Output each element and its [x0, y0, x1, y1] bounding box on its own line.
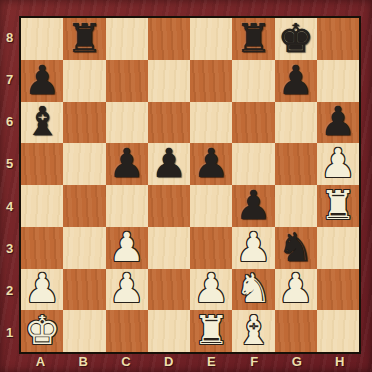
square-c6[interactable] [106, 102, 148, 144]
square-b2[interactable] [63, 269, 105, 311]
file-label-f: F [233, 354, 276, 372]
square-e1[interactable]: ♜ [190, 310, 232, 352]
square-b8[interactable]: ♜ [63, 18, 105, 60]
square-f5[interactable] [232, 143, 274, 185]
file-label-b: B [62, 354, 105, 372]
black-king[interactable]: ♚ [278, 18, 314, 58]
file-label-d: D [147, 354, 190, 372]
square-d2[interactable] [148, 269, 190, 311]
square-f1[interactable]: ♝ [232, 310, 274, 352]
square-h2[interactable] [317, 269, 359, 311]
file-label-c: C [105, 354, 148, 372]
square-h3[interactable] [317, 227, 359, 269]
square-d4[interactable] [148, 185, 190, 227]
square-e7[interactable] [190, 60, 232, 102]
square-d8[interactable] [148, 18, 190, 60]
square-c2[interactable]: ♟ [106, 269, 148, 311]
square-e2[interactable]: ♟ [190, 269, 232, 311]
black-rook[interactable]: ♜ [66, 18, 102, 58]
file-label-e: E [190, 354, 233, 372]
square-a8[interactable] [21, 18, 63, 60]
square-a1[interactable]: ♚ [21, 310, 63, 352]
black-pawn[interactable]: ♟ [235, 185, 271, 225]
rank-label-4: 4 [0, 185, 19, 227]
rank-label-6: 6 [0, 101, 19, 143]
square-d3[interactable] [148, 227, 190, 269]
rank-label-7: 7 [0, 58, 19, 100]
black-pawn[interactable]: ♟ [320, 102, 356, 142]
square-h7[interactable] [317, 60, 359, 102]
white-knight[interactable]: ♞ [235, 269, 271, 309]
rank-label-8: 8 [0, 16, 19, 58]
square-c3[interactable]: ♟ [106, 227, 148, 269]
white-pawn[interactable]: ♟ [235, 227, 271, 267]
square-f2[interactable]: ♞ [232, 269, 274, 311]
square-a3[interactable] [21, 227, 63, 269]
square-c4[interactable] [106, 185, 148, 227]
file-label-g: G [276, 354, 319, 372]
square-g6[interactable] [275, 102, 317, 144]
black-pawn[interactable]: ♟ [193, 143, 229, 183]
black-pawn[interactable]: ♟ [151, 143, 187, 183]
black-pawn[interactable]: ♟ [109, 143, 145, 183]
square-e4[interactable] [190, 185, 232, 227]
black-knight[interactable]: ♞ [278, 227, 314, 267]
square-f3[interactable]: ♟ [232, 227, 274, 269]
white-pawn[interactable]: ♟ [193, 269, 229, 309]
square-h1[interactable] [317, 310, 359, 352]
square-h6[interactable]: ♟ [317, 102, 359, 144]
rank-label-1: 1 [0, 312, 19, 354]
black-pawn[interactable]: ♟ [278, 60, 314, 100]
rank-labels: 87654321 [0, 16, 19, 354]
square-e6[interactable] [190, 102, 232, 144]
square-a5[interactable] [21, 143, 63, 185]
black-bishop[interactable]: ♝ [24, 102, 60, 142]
file-label-a: A [19, 354, 62, 372]
square-f6[interactable] [232, 102, 274, 144]
square-e5[interactable]: ♟ [190, 143, 232, 185]
square-h8[interactable] [317, 18, 359, 60]
square-b4[interactable] [63, 185, 105, 227]
square-h5[interactable]: ♟ [317, 143, 359, 185]
white-pawn[interactable]: ♟ [320, 143, 356, 183]
square-b7[interactable] [63, 60, 105, 102]
square-h4[interactable]: ♜ [317, 185, 359, 227]
square-a6[interactable]: ♝ [21, 102, 63, 144]
square-c5[interactable]: ♟ [106, 143, 148, 185]
file-labels: ABCDEFGH [19, 354, 361, 372]
square-g8[interactable]: ♚ [275, 18, 317, 60]
square-g7[interactable]: ♟ [275, 60, 317, 102]
square-g3[interactable]: ♞ [275, 227, 317, 269]
square-a7[interactable]: ♟ [21, 60, 63, 102]
rank-label-2: 2 [0, 270, 19, 312]
square-e3[interactable] [190, 227, 232, 269]
black-pawn[interactable]: ♟ [24, 60, 60, 100]
square-b5[interactable] [63, 143, 105, 185]
white-rook[interactable]: ♜ [193, 310, 229, 350]
square-b6[interactable] [63, 102, 105, 144]
square-a2[interactable]: ♟ [21, 269, 63, 311]
square-d7[interactable] [148, 60, 190, 102]
chess-board: ♜♜♚♟♟♝♟♟♟♟♟♟♜♟♟♞♟♟♟♞♟♚♜♝ [19, 16, 361, 354]
white-pawn[interactable]: ♟ [109, 227, 145, 267]
white-pawn[interactable]: ♟ [24, 269, 60, 309]
square-c1[interactable] [106, 310, 148, 352]
rank-label-5: 5 [0, 143, 19, 185]
black-rook[interactable]: ♜ [235, 18, 271, 58]
white-bishop[interactable]: ♝ [235, 310, 271, 350]
square-g4[interactable] [275, 185, 317, 227]
square-d6[interactable] [148, 102, 190, 144]
square-f4[interactable]: ♟ [232, 185, 274, 227]
white-pawn[interactable]: ♟ [109, 269, 145, 309]
square-f7[interactable] [232, 60, 274, 102]
square-b3[interactable] [63, 227, 105, 269]
square-g2[interactable]: ♟ [275, 269, 317, 311]
file-label-h: H [318, 354, 361, 372]
rank-label-3: 3 [0, 227, 19, 269]
square-d1[interactable] [148, 310, 190, 352]
square-c8[interactable] [106, 18, 148, 60]
white-rook[interactable]: ♜ [320, 185, 356, 225]
white-pawn[interactable]: ♟ [278, 269, 314, 309]
square-a4[interactable] [21, 185, 63, 227]
square-b1[interactable] [63, 310, 105, 352]
square-f8[interactable]: ♜ [232, 18, 274, 60]
square-g5[interactable] [275, 143, 317, 185]
square-d5[interactable]: ♟ [148, 143, 190, 185]
square-c7[interactable] [106, 60, 148, 102]
square-e8[interactable] [190, 18, 232, 60]
white-king[interactable]: ♚ [24, 310, 60, 350]
chess-diagram: 87654321 ♜♜♚♟♟♝♟♟♟♟♟♟♜♟♟♞♟♟♟♞♟♚♜♝ ABCDEF… [0, 0, 372, 372]
square-g1[interactable] [275, 310, 317, 352]
